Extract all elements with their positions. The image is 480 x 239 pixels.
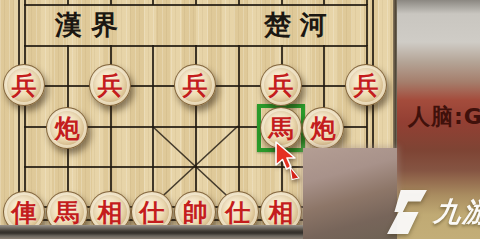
blurred-bottom-strip	[0, 225, 303, 239]
piece-character: 兵	[183, 73, 208, 98]
watermark-text: 九游	[432, 194, 480, 230]
piece-character: 馬	[55, 200, 80, 225]
river-label-left: 漢界	[55, 7, 127, 43]
piece-character: 仕	[226, 200, 251, 225]
piece-character: 相	[98, 200, 123, 225]
piece-red-soldier[interactable]: 兵	[260, 64, 302, 106]
screenshot-root: 漢界 楚河 兵兵兵兵兵炮馬炮俥馬相仕帥仕相 人脑:G 九游	[0, 0, 480, 239]
piece-red-soldier[interactable]: 兵	[174, 64, 216, 106]
piece-red-cannon[interactable]: 炮	[302, 107, 344, 149]
piece-red-soldier[interactable]: 兵	[345, 64, 387, 106]
player-label: 人脑:G	[408, 102, 480, 132]
red-cursor-icon	[274, 141, 302, 181]
piece-character: 仕	[140, 200, 165, 225]
piece-character: 俥	[12, 200, 37, 225]
piece-red-cannon[interactable]: 炮	[46, 107, 88, 149]
piece-character: 兵	[98, 73, 123, 98]
blurred-corner-overlay	[303, 148, 397, 239]
piece-character: 相	[269, 200, 294, 225]
river-label-right: 楚河	[264, 7, 336, 43]
piece-character: 炮	[311, 116, 336, 141]
piece-character: 兵	[12, 73, 37, 98]
piece-red-soldier[interactable]: 兵	[89, 64, 131, 106]
jiuyou-logo-icon	[386, 188, 428, 236]
piece-red-soldier[interactable]: 兵	[3, 64, 45, 106]
site-watermark: 九游	[386, 188, 480, 236]
piece-character: 馬	[269, 116, 294, 141]
piece-character: 帥	[183, 200, 208, 225]
piece-character: 兵	[269, 73, 294, 98]
piece-character: 兵	[354, 73, 379, 98]
piece-character: 炮	[55, 116, 80, 141]
